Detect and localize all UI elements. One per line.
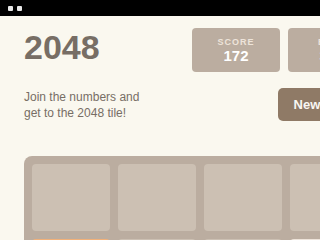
notification-icons bbox=[8, 6, 22, 11]
game-header: 2048 SCORE 172 BEST 320 bbox=[0, 16, 320, 72]
game-board[interactable]: 8 2 8 16 8 4 8 16 2 bbox=[24, 156, 320, 240]
notification-icon bbox=[8, 6, 13, 11]
tile-r1c1 bbox=[32, 164, 110, 231]
notification-icon bbox=[17, 6, 22, 11]
intro-text: Join the numbers and get to the 2048 til… bbox=[24, 89, 139, 121]
score-box: SCORE 172 bbox=[192, 28, 280, 72]
tile-r1c4 bbox=[290, 164, 320, 231]
score-panel: SCORE 172 BEST 320 bbox=[192, 28, 320, 72]
phone-screen: 8:06 2048 SCORE 172 BEST 320 Join the nu… bbox=[0, 0, 320, 240]
tile-r1c3 bbox=[204, 164, 282, 231]
intro-line2: get to the 2048 tile! bbox=[24, 105, 139, 121]
intro-line1: Join the numbers and bbox=[24, 89, 139, 105]
tile-r1c2 bbox=[118, 164, 196, 231]
status-bar: 8:06 bbox=[0, 0, 320, 16]
new-game-button[interactable]: New Game bbox=[278, 88, 320, 121]
intro-row: Join the numbers and get to the 2048 til… bbox=[0, 72, 320, 121]
score-value: 172 bbox=[223, 47, 248, 64]
game-title: 2048 bbox=[24, 28, 100, 66]
score-label: SCORE bbox=[217, 37, 254, 47]
best-box: BEST 320 bbox=[288, 28, 320, 72]
